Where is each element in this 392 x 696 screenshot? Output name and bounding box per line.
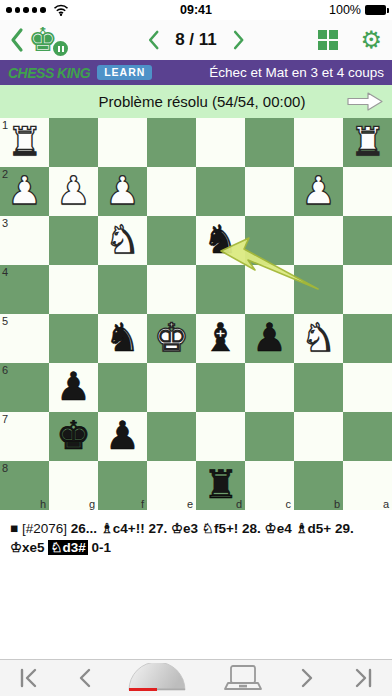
square-a3[interactable] <box>343 216 392 265</box>
square-g6[interactable]: ♟ <box>49 363 98 412</box>
next-arrow-icon[interactable] <box>346 91 384 112</box>
black-pawn: ♟ <box>98 412 147 461</box>
square-f3[interactable]: ♞ <box>98 216 147 265</box>
square-b5[interactable]: ♞ <box>294 314 343 363</box>
problem-status-strip: Problème résolu (54/54, 00:00) <box>0 85 392 118</box>
square-f6[interactable] <box>98 363 147 412</box>
square-g8[interactable]: g <box>49 461 98 510</box>
file-label: d <box>236 498 242 510</box>
square-f8[interactable]: f <box>98 461 147 510</box>
go-to-start-button[interactable] <box>18 667 40 689</box>
black-bishop: ♝ <box>196 314 245 363</box>
square-b7[interactable] <box>294 412 343 461</box>
rank-label: 7 <box>2 413 8 425</box>
square-a1[interactable]: ♜ <box>343 118 392 167</box>
white-rook: ♜ <box>343 118 392 167</box>
go-to-end-button[interactable] <box>352 667 374 689</box>
square-g4[interactable] <box>49 265 98 314</box>
square-h7[interactable]: 7 <box>0 412 49 461</box>
square-e1[interactable] <box>147 118 196 167</box>
rank-label: 4 <box>2 266 8 278</box>
square-f7[interactable]: ♟ <box>98 412 147 461</box>
square-c5[interactable]: ♟ <box>245 314 294 363</box>
square-h5[interactable]: 5 <box>0 314 49 363</box>
white-knight: ♞ <box>98 216 147 265</box>
square-f5[interactable]: ♞ <box>98 314 147 363</box>
chess-king-wordmark: CHESS KING <box>8 65 90 81</box>
square-d1[interactable] <box>196 118 245 167</box>
square-g2[interactable]: ♟ <box>49 167 98 216</box>
square-b3[interactable] <box>294 216 343 265</box>
square-d5[interactable]: ♝ <box>196 314 245 363</box>
rank-label: 8 <box>2 462 8 474</box>
pause-badge-icon <box>51 39 70 58</box>
square-a4[interactable] <box>343 265 392 314</box>
square-h1[interactable]: ♜1 <box>0 118 49 167</box>
square-h3[interactable]: 3 <box>0 216 49 265</box>
square-g7[interactable]: ♚ <box>49 412 98 461</box>
white-pawn: ♟ <box>49 167 98 216</box>
square-c3[interactable] <box>245 216 294 265</box>
square-c4[interactable] <box>245 265 294 314</box>
file-label: b <box>334 498 340 510</box>
square-e3[interactable] <box>147 216 196 265</box>
rank-label: 1 <box>2 119 8 131</box>
square-d8[interactable]: ♜d <box>196 461 245 510</box>
square-a8[interactable]: a <box>343 461 392 510</box>
square-d2[interactable] <box>196 167 245 216</box>
settings-gear-button[interactable]: ⚙ <box>360 28 382 52</box>
square-h6[interactable]: 6 <box>0 363 49 412</box>
square-c2[interactable] <box>245 167 294 216</box>
white-pawn: ♟ <box>98 167 147 216</box>
wifi-icon <box>53 4 69 16</box>
square-b6[interactable] <box>294 363 343 412</box>
square-b8[interactable]: b <box>294 461 343 510</box>
file-label: g <box>89 498 95 510</box>
square-a2[interactable] <box>343 167 392 216</box>
problem-solved-text: Problème résolu (54/54, 00:00) <box>0 93 392 110</box>
white-pawn: ♟ <box>294 167 343 216</box>
square-d7[interactable] <box>196 412 245 461</box>
notation-segment: ■ [#2076] <box>10 521 71 536</box>
black-knight: ♞ <box>98 314 147 363</box>
square-h4[interactable]: 4 <box>0 265 49 314</box>
status-bar: 09:41 100% <box>0 0 392 20</box>
square-e2[interactable] <box>147 167 196 216</box>
file-label: c <box>286 498 292 510</box>
chessking-logo[interactable]: ♚ <box>28 22 68 58</box>
problem-list-grid-button[interactable] <box>318 30 339 51</box>
move-notation: ■ [#2076] 26... ♗c4+!! 27. ♔e3 ♘f5+! 28.… <box>0 510 392 557</box>
square-c8[interactable]: c <box>245 461 294 510</box>
back-chevron-icon[interactable] <box>10 27 24 53</box>
black-knight: ♞ <box>196 216 245 265</box>
square-g3[interactable] <box>49 216 98 265</box>
rank-label: 5 <box>2 315 8 327</box>
rank-label: 6 <box>2 364 8 376</box>
file-label: a <box>383 498 389 510</box>
square-e4[interactable] <box>147 265 196 314</box>
battery-percent: 100% <box>329 3 361 17</box>
clock-time: 09:41 <box>126 3 266 17</box>
file-label: e <box>187 498 193 510</box>
square-a7[interactable] <box>343 412 392 461</box>
square-c6[interactable] <box>245 363 294 412</box>
black-pawn: ♟ <box>49 363 98 412</box>
file-label: f <box>141 498 144 510</box>
square-f4[interactable] <box>98 265 147 314</box>
black-king: ♚ <box>49 412 98 461</box>
nav-bar: ♚ 8 / 11 ⚙ <box>0 20 392 60</box>
battery-icon <box>365 5 386 15</box>
square-c7[interactable] <box>245 412 294 461</box>
square-a5[interactable] <box>343 314 392 363</box>
problem-counter: 8 / 11 <box>175 30 217 50</box>
square-e6[interactable] <box>147 363 196 412</box>
previous-move-button[interactable] <box>76 667 92 689</box>
evaluation-gauge-icon[interactable] <box>128 663 186 693</box>
signal-strength-icon <box>6 4 126 16</box>
chess-board[interactable]: ♜1♜♟2♟♟♟3♞♞45♞♚♝♟♞6♟7♚♟8hgfe♜dcba <box>0 118 392 510</box>
course-title: Échec et Mat en 3 et 4 coups <box>159 65 384 80</box>
square-e7[interactable] <box>147 412 196 461</box>
square-h8[interactable]: 8h <box>0 461 49 510</box>
next-move-button[interactable] <box>300 667 316 689</box>
learn-badge: LEARN <box>97 65 152 80</box>
engine-analysis-button[interactable] <box>222 664 264 692</box>
rank-label: 2 <box>2 168 8 180</box>
square-g5[interactable] <box>49 314 98 363</box>
square-h2[interactable]: ♟2 <box>0 167 49 216</box>
square-e8[interactable]: e <box>147 461 196 510</box>
notation-segment[interactable]: 0-1 <box>88 540 111 555</box>
next-problem-button[interactable] <box>233 30 245 50</box>
square-a6[interactable] <box>343 363 392 412</box>
square-e5[interactable]: ♚ <box>147 314 196 363</box>
square-d4[interactable] <box>196 265 245 314</box>
square-b1[interactable] <box>294 118 343 167</box>
square-b2[interactable]: ♟ <box>294 167 343 216</box>
app-window: 09:41 100% ♚ 8 / 11 ⚙ <box>0 0 392 696</box>
square-f2[interactable]: ♟ <box>98 167 147 216</box>
previous-problem-button[interactable] <box>147 30 159 50</box>
bottom-toolbar <box>0 659 392 696</box>
white-king: ♚ <box>147 314 196 363</box>
square-g1[interactable] <box>49 118 98 167</box>
current-move[interactable]: ♘d3# <box>48 540 87 555</box>
white-knight: ♞ <box>294 314 343 363</box>
square-f1[interactable] <box>98 118 147 167</box>
square-d6[interactable] <box>196 363 245 412</box>
file-label: h <box>40 498 46 510</box>
square-c1[interactable] <box>245 118 294 167</box>
course-banner: CHESS KING LEARN Échec et Mat en 3 et 4 … <box>0 60 392 85</box>
rank-label: 3 <box>2 217 8 229</box>
black-pawn: ♟ <box>245 314 294 363</box>
square-d3[interactable]: ♞ <box>196 216 245 265</box>
square-b4[interactable] <box>294 265 343 314</box>
